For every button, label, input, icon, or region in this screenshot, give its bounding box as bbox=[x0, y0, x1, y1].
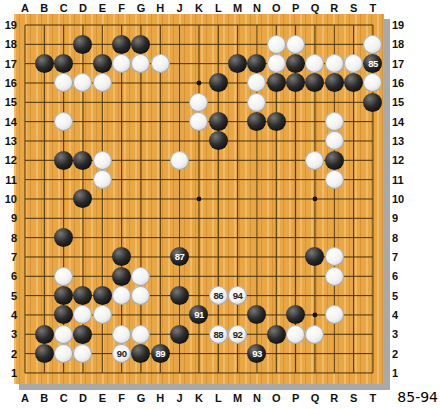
move-number-86: 86 bbox=[214, 290, 224, 301]
star-point-Q10 bbox=[313, 197, 318, 202]
coord-bottom-R: R bbox=[326, 392, 342, 404]
coord-right-14: 14 bbox=[392, 116, 414, 128]
coord-right-4: 4 bbox=[392, 309, 414, 321]
coord-top-T: T bbox=[365, 2, 381, 14]
stone-white-L5: 86 bbox=[209, 286, 228, 305]
stone-white-R14 bbox=[325, 112, 344, 131]
stone-white-J12 bbox=[170, 151, 189, 170]
stone-white-E12 bbox=[93, 151, 112, 170]
coord-top-F: F bbox=[114, 2, 130, 14]
coord-bottom-N: N bbox=[249, 392, 265, 404]
coord-left-18: 18 bbox=[0, 38, 17, 50]
stone-white-O17 bbox=[267, 54, 286, 73]
stone-black-F6 bbox=[112, 267, 131, 286]
coord-bottom-O: O bbox=[268, 392, 284, 404]
stone-white-O18 bbox=[267, 35, 286, 54]
coord-left-3: 3 bbox=[0, 328, 17, 340]
coord-top-C: C bbox=[56, 2, 72, 14]
stone-black-J3 bbox=[170, 325, 189, 344]
coord-bottom-Q: Q bbox=[307, 392, 323, 404]
coord-right-5: 5 bbox=[392, 290, 414, 302]
coord-left-10: 10 bbox=[0, 193, 17, 205]
go-board[interactable]: 85868788899091929394 bbox=[14, 14, 384, 384]
coord-top-R: R bbox=[326, 2, 342, 14]
coord-left-1: 1 bbox=[0, 367, 17, 379]
stone-black-E5 bbox=[93, 286, 112, 305]
move-number-85: 85 bbox=[368, 58, 378, 69]
stone-black-C12 bbox=[54, 151, 73, 170]
coord-left-9: 9 bbox=[0, 212, 17, 224]
coord-left-13: 13 bbox=[0, 135, 17, 147]
coord-bottom-H: H bbox=[152, 392, 168, 404]
coord-right-9: 9 bbox=[392, 212, 414, 224]
coord-right-2: 2 bbox=[392, 348, 414, 360]
stone-white-R6 bbox=[325, 267, 344, 286]
coord-bottom-F: F bbox=[114, 392, 130, 404]
coord-top-D: D bbox=[75, 2, 91, 14]
coord-bottom-S: S bbox=[346, 392, 362, 404]
go-diagram: 85868788899091929394 85-94 AABBCCDDEEFFG… bbox=[0, 0, 440, 409]
coord-bottom-K: K bbox=[191, 392, 207, 404]
coord-right-12: 12 bbox=[392, 154, 414, 166]
stone-black-B3 bbox=[35, 325, 54, 344]
coord-top-P: P bbox=[288, 2, 304, 14]
coord-left-19: 19 bbox=[0, 19, 17, 31]
coord-top-B: B bbox=[36, 2, 52, 14]
stone-white-L3: 88 bbox=[209, 325, 228, 344]
coord-right-10: 10 bbox=[392, 193, 414, 205]
move-number-93: 93 bbox=[252, 348, 262, 359]
stone-white-E11 bbox=[93, 170, 112, 189]
coord-bottom-G: G bbox=[133, 392, 149, 404]
star-point-K10 bbox=[197, 197, 202, 202]
stone-black-H2: 89 bbox=[151, 344, 170, 363]
coord-top-G: G bbox=[133, 2, 149, 14]
stone-black-F18 bbox=[112, 35, 131, 54]
coord-top-M: M bbox=[230, 2, 246, 14]
stone-black-O14 bbox=[267, 112, 286, 131]
coord-bottom-A: A bbox=[17, 392, 33, 404]
coord-left-6: 6 bbox=[0, 270, 17, 282]
stone-white-P3 bbox=[286, 325, 305, 344]
star-point-Q4 bbox=[313, 313, 318, 318]
coord-right-11: 11 bbox=[392, 174, 414, 186]
coord-left-15: 15 bbox=[0, 96, 17, 108]
stone-black-O3 bbox=[267, 325, 286, 344]
coord-bottom-J: J bbox=[172, 392, 188, 404]
move-number-89: 89 bbox=[156, 348, 166, 359]
coord-left-5: 5 bbox=[0, 290, 17, 302]
coord-top-N: N bbox=[249, 2, 265, 14]
coord-bottom-T: T bbox=[365, 392, 381, 404]
stone-white-M3: 92 bbox=[228, 325, 247, 344]
coord-top-A: A bbox=[17, 2, 33, 14]
coord-left-2: 2 bbox=[0, 348, 17, 360]
coord-top-J: J bbox=[172, 2, 188, 14]
coord-top-H: H bbox=[152, 2, 168, 14]
coord-top-L: L bbox=[210, 2, 226, 14]
coord-bottom-C: C bbox=[56, 392, 72, 404]
coord-right-13: 13 bbox=[392, 135, 414, 147]
move-number-94: 94 bbox=[233, 290, 243, 301]
coord-right-3: 3 bbox=[392, 328, 414, 340]
board-shadow-right bbox=[384, 19, 390, 390]
move-number-90: 90 bbox=[117, 348, 127, 359]
coord-top-E: E bbox=[94, 2, 110, 14]
coord-right-6: 6 bbox=[392, 270, 414, 282]
coord-top-K: K bbox=[191, 2, 207, 14]
board-shadow-bottom bbox=[19, 384, 390, 390]
stone-black-L14 bbox=[209, 112, 228, 131]
coord-bottom-L: L bbox=[210, 392, 226, 404]
coord-right-15: 15 bbox=[392, 96, 414, 108]
coord-top-O: O bbox=[268, 2, 284, 14]
coord-left-14: 14 bbox=[0, 116, 17, 128]
coord-bottom-P: P bbox=[288, 392, 304, 404]
star-point-K16 bbox=[197, 81, 202, 86]
coord-left-7: 7 bbox=[0, 251, 17, 263]
coord-top-Q: Q bbox=[307, 2, 323, 14]
coord-right-7: 7 bbox=[392, 251, 414, 263]
stone-black-R12 bbox=[325, 151, 344, 170]
stone-white-H17 bbox=[151, 54, 170, 73]
coord-top-S: S bbox=[346, 2, 362, 14]
coord-left-17: 17 bbox=[0, 58, 17, 70]
stone-black-E17 bbox=[93, 54, 112, 73]
coord-bottom-E: E bbox=[94, 392, 110, 404]
coord-bottom-D: D bbox=[75, 392, 91, 404]
coord-right-16: 16 bbox=[392, 77, 414, 89]
coord-right-1: 1 bbox=[392, 367, 414, 379]
coord-left-16: 16 bbox=[0, 77, 17, 89]
coord-right-18: 18 bbox=[392, 38, 414, 50]
coord-left-4: 4 bbox=[0, 309, 17, 321]
move-number-88: 88 bbox=[214, 329, 224, 340]
coord-left-11: 11 bbox=[0, 174, 17, 186]
move-number-87: 87 bbox=[175, 251, 185, 262]
coord-right-19: 19 bbox=[392, 19, 414, 31]
move-number-91: 91 bbox=[194, 309, 204, 320]
stone-white-C3 bbox=[54, 325, 73, 344]
stone-black-B17 bbox=[35, 54, 54, 73]
stone-black-B2 bbox=[35, 344, 54, 363]
stone-white-C6 bbox=[54, 267, 73, 286]
coord-bottom-B: B bbox=[36, 392, 52, 404]
coord-right-17: 17 bbox=[392, 58, 414, 70]
stone-white-R17 bbox=[325, 54, 344, 73]
stone-white-R11 bbox=[325, 170, 344, 189]
coord-left-8: 8 bbox=[0, 232, 17, 244]
stone-white-P18 bbox=[286, 35, 305, 54]
move-range-caption: 85-94 bbox=[397, 389, 438, 405]
coord-right-8: 8 bbox=[392, 232, 414, 244]
stone-white-F3 bbox=[112, 325, 131, 344]
move-number-92: 92 bbox=[233, 329, 243, 340]
coord-bottom-M: M bbox=[230, 392, 246, 404]
coord-left-12: 12 bbox=[0, 154, 17, 166]
